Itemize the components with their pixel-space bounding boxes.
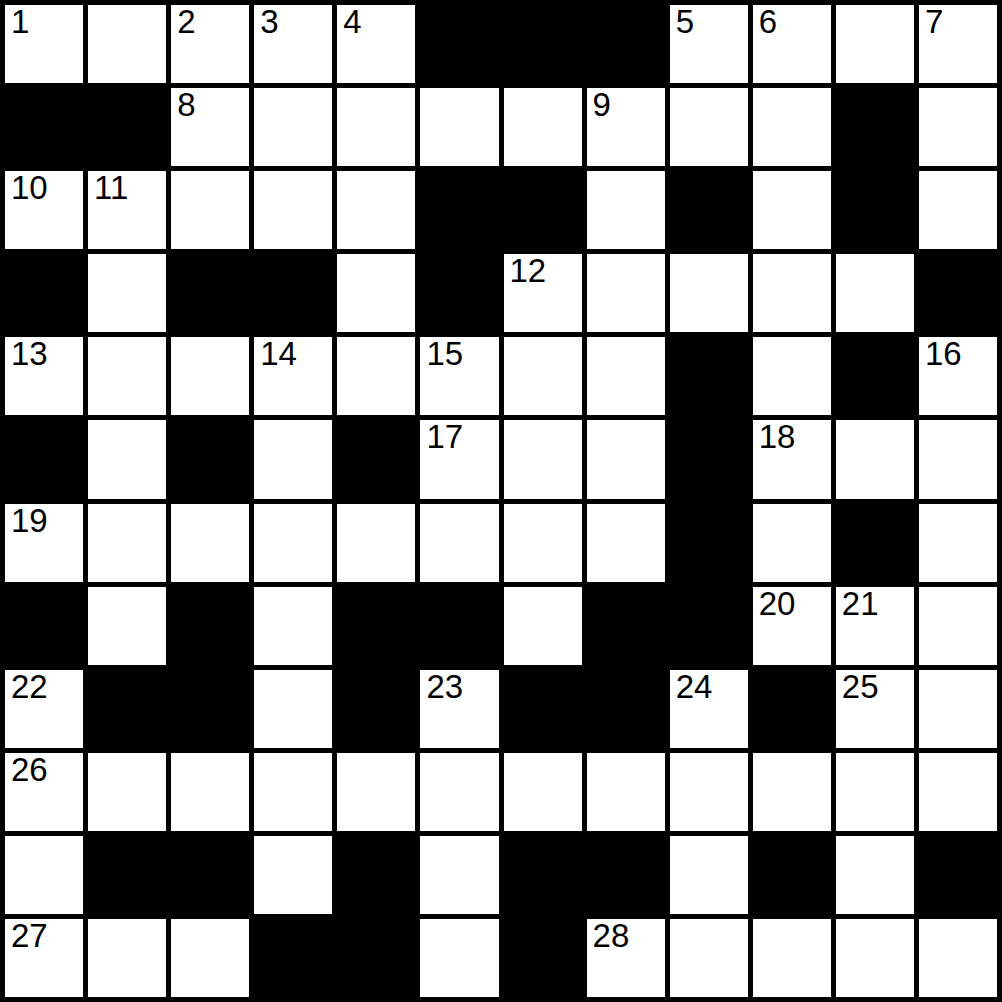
- cell-r6-c7[interactable]: [587, 504, 665, 582]
- cell-r6-c6[interactable]: [504, 504, 582, 582]
- clue-number-27: 27: [11, 919, 48, 954]
- black-cell-r4-c10: [836, 337, 914, 415]
- cell-r10-c3[interactable]: [254, 836, 332, 914]
- cell-r1-c5[interactable]: [420, 88, 498, 166]
- clue-number-9: 9: [593, 88, 611, 123]
- cell-r3-c9[interactable]: [753, 254, 831, 332]
- cell-r9-c5[interactable]: [420, 753, 498, 831]
- cell-r2-c1[interactable]: 11: [88, 171, 166, 249]
- cell-r6-c4[interactable]: [337, 504, 415, 582]
- cell-r6-c11[interactable]: [919, 504, 997, 582]
- cell-r9-c8[interactable]: [670, 753, 748, 831]
- cell-r8-c8[interactable]: 24: [670, 670, 748, 748]
- cell-r0-c2[interactable]: 2: [171, 5, 249, 83]
- cell-r11-c0[interactable]: 27: [5, 919, 83, 997]
- cell-r5-c11[interactable]: [919, 420, 997, 498]
- cell-r5-c5[interactable]: 17: [420, 420, 498, 498]
- clue-number-23: 23: [426, 670, 463, 705]
- cell-r9-c11[interactable]: [919, 753, 997, 831]
- clue-number-5: 5: [676, 5, 694, 40]
- cell-r9-c9[interactable]: [753, 753, 831, 831]
- black-cell-r8-c6: [504, 670, 582, 748]
- cell-r9-c0[interactable]: 26: [5, 753, 83, 831]
- clue-number-11: 11: [94, 171, 128, 206]
- cell-r1-c7[interactable]: 9: [587, 88, 665, 166]
- cell-r11-c10[interactable]: [836, 919, 914, 997]
- cell-r7-c1[interactable]: [88, 587, 166, 665]
- black-cell-r10-c1: [88, 836, 166, 914]
- cell-r9-c6[interactable]: [504, 753, 582, 831]
- clue-number-2: 2: [177, 5, 195, 40]
- cell-r9-c3[interactable]: [254, 753, 332, 831]
- cell-r3-c7[interactable]: [587, 254, 665, 332]
- cell-r6-c9[interactable]: [753, 504, 831, 582]
- cell-r4-c1[interactable]: [88, 337, 166, 415]
- black-cell-r10-c4: [337, 836, 415, 914]
- black-cell-r10-c7: [587, 836, 665, 914]
- black-cell-r1-c1: [88, 88, 166, 166]
- black-cell-r5-c0: [5, 420, 83, 498]
- cell-r0-c4[interactable]: 4: [337, 5, 415, 83]
- black-cell-r8-c4: [337, 670, 415, 748]
- cell-r4-c9[interactable]: [753, 337, 831, 415]
- cell-r5-c1[interactable]: [88, 420, 166, 498]
- cell-r3-c10[interactable]: [836, 254, 914, 332]
- cell-r3-c4[interactable]: [337, 254, 415, 332]
- cell-r6-c3[interactable]: [254, 504, 332, 582]
- black-cell-r2-c6: [504, 171, 582, 249]
- black-cell-r2-c5: [420, 171, 498, 249]
- cell-r1-c9[interactable]: [753, 88, 831, 166]
- cell-r11-c11[interactable]: [919, 919, 997, 997]
- black-cell-r3-c11: [919, 254, 997, 332]
- cell-r0-c0[interactable]: 1: [5, 5, 83, 83]
- cell-r4-c7[interactable]: [587, 337, 665, 415]
- cell-r4-c4[interactable]: [337, 337, 415, 415]
- cell-r9-c7[interactable]: [587, 753, 665, 831]
- clue-number-19: 19: [11, 504, 48, 539]
- cell-r3-c1[interactable]: [88, 254, 166, 332]
- cell-r7-c6[interactable]: [504, 587, 582, 665]
- black-cell-r6-c8: [670, 504, 748, 582]
- cell-r10-c10[interactable]: [836, 836, 914, 914]
- clue-number-1: 1: [11, 5, 29, 40]
- black-cell-r2-c8: [670, 171, 748, 249]
- black-cell-r11-c4: [337, 919, 415, 997]
- cell-r5-c10[interactable]: [836, 420, 914, 498]
- cell-r4-c3[interactable]: 14: [254, 337, 332, 415]
- cell-r0-c3[interactable]: 3: [254, 5, 332, 83]
- cell-r1-c2[interactable]: 8: [171, 88, 249, 166]
- cell-r2-c9[interactable]: [753, 171, 831, 249]
- cell-r1-c3[interactable]: [254, 88, 332, 166]
- cell-r2-c3[interactable]: [254, 171, 332, 249]
- cell-r6-c1[interactable]: [88, 504, 166, 582]
- clue-number-21: 21: [842, 587, 879, 622]
- cell-r10-c8[interactable]: [670, 836, 748, 914]
- cell-r2-c7[interactable]: [587, 171, 665, 249]
- cell-r8-c5[interactable]: 23: [420, 670, 498, 748]
- cell-r2-c0[interactable]: 10: [5, 171, 83, 249]
- cell-r8-c0[interactable]: 22: [5, 670, 83, 748]
- cell-r4-c11[interactable]: 16: [919, 337, 997, 415]
- black-cell-r0-c6: [504, 5, 582, 83]
- cell-r4-c0[interactable]: 13: [5, 337, 83, 415]
- black-cell-r8-c9: [753, 670, 831, 748]
- cell-r0-c11[interactable]: 7: [919, 5, 997, 83]
- cell-r4-c6[interactable]: [504, 337, 582, 415]
- clue-number-26: 26: [11, 753, 48, 788]
- cell-r6-c0[interactable]: 19: [5, 504, 83, 582]
- black-cell-r7-c2: [171, 587, 249, 665]
- cell-r1-c8[interactable]: [670, 88, 748, 166]
- clue-number-15: 15: [426, 337, 463, 372]
- cell-r9-c2[interactable]: [171, 753, 249, 831]
- cell-r11-c9[interactable]: [753, 919, 831, 997]
- cell-r1-c6[interactable]: [504, 88, 582, 166]
- cell-r8-c3[interactable]: [254, 670, 332, 748]
- black-cell-r1-c10: [836, 88, 914, 166]
- black-cell-r7-c7: [587, 587, 665, 665]
- clue-number-14: 14: [260, 337, 297, 372]
- black-cell-r8-c7: [587, 670, 665, 748]
- clue-number-4: 4: [343, 5, 361, 40]
- clue-number-13: 13: [11, 337, 48, 372]
- cell-r7-c10[interactable]: 21: [836, 587, 914, 665]
- black-cell-r0-c5: [420, 5, 498, 83]
- black-cell-r2-c10: [836, 171, 914, 249]
- cell-r2-c11[interactable]: [919, 171, 997, 249]
- cell-r9-c4[interactable]: [337, 753, 415, 831]
- black-cell-r0-c7: [587, 5, 665, 83]
- cell-r0-c8[interactable]: 5: [670, 5, 748, 83]
- black-cell-r8-c1: [88, 670, 166, 748]
- crossword-grid: 1234567891011121314151617181920212223242…: [0, 0, 1002, 1002]
- clue-number-28: 28: [593, 919, 630, 954]
- black-cell-r11-c3: [254, 919, 332, 997]
- cell-r8-c11[interactable]: [919, 670, 997, 748]
- black-cell-r7-c4: [337, 587, 415, 665]
- cell-r9-c10[interactable]: [836, 753, 914, 831]
- clue-number-10: 10: [11, 171, 48, 206]
- clue-number-18: 18: [759, 420, 796, 455]
- black-cell-r10-c11: [919, 836, 997, 914]
- cell-r0-c10[interactable]: [836, 5, 914, 83]
- black-cell-r3-c0: [5, 254, 83, 332]
- cell-r10-c5[interactable]: [420, 836, 498, 914]
- cell-r7-c11[interactable]: [919, 587, 997, 665]
- cell-r11-c1[interactable]: [88, 919, 166, 997]
- cell-r1-c11[interactable]: [919, 88, 997, 166]
- cell-r7-c3[interactable]: [254, 587, 332, 665]
- black-cell-r7-c0: [5, 587, 83, 665]
- cell-r8-c10[interactable]: 25: [836, 670, 914, 748]
- black-cell-r4-c8: [670, 337, 748, 415]
- black-cell-r3-c2: [171, 254, 249, 332]
- black-cell-r1-c0: [5, 88, 83, 166]
- cell-r5-c7[interactable]: [587, 420, 665, 498]
- black-cell-r7-c8: [670, 587, 748, 665]
- black-cell-r5-c8: [670, 420, 748, 498]
- cell-r7-c9[interactable]: 20: [753, 587, 831, 665]
- cell-r4-c5[interactable]: 15: [420, 337, 498, 415]
- cell-r2-c4[interactable]: [337, 171, 415, 249]
- black-cell-r5-c4: [337, 420, 415, 498]
- cell-r11-c7[interactable]: 28: [587, 919, 665, 997]
- clue-number-20: 20: [759, 587, 796, 622]
- black-cell-r7-c5: [420, 587, 498, 665]
- cell-r3-c8[interactable]: [670, 254, 748, 332]
- cell-r5-c6[interactable]: [504, 420, 582, 498]
- clue-number-6: 6: [759, 5, 777, 40]
- black-cell-r10-c6: [504, 836, 582, 914]
- clue-number-17: 17: [426, 420, 463, 455]
- clue-number-22: 22: [11, 670, 48, 705]
- clue-number-16: 16: [925, 337, 962, 372]
- clue-number-12: 12: [510, 254, 547, 289]
- black-cell-r10-c2: [171, 836, 249, 914]
- cell-r5-c9[interactable]: 18: [753, 420, 831, 498]
- black-cell-r6-c10: [836, 504, 914, 582]
- cell-r11-c2[interactable]: [171, 919, 249, 997]
- cell-r10-c0[interactable]: [5, 836, 83, 914]
- black-cell-r3-c5: [420, 254, 498, 332]
- cell-r6-c2[interactable]: [171, 504, 249, 582]
- cell-r0-c9[interactable]: 6: [753, 5, 831, 83]
- clue-number-8: 8: [177, 88, 195, 123]
- cell-r6-c5[interactable]: [420, 504, 498, 582]
- cell-r9-c1[interactable]: [88, 753, 166, 831]
- black-cell-r8-c2: [171, 670, 249, 748]
- cell-r11-c5[interactable]: [420, 919, 498, 997]
- clue-number-3: 3: [260, 5, 278, 40]
- clue-number-7: 7: [925, 5, 943, 40]
- cell-r5-c3[interactable]: [254, 420, 332, 498]
- cell-r0-c1[interactable]: [88, 5, 166, 83]
- cell-r11-c8[interactable]: [670, 919, 748, 997]
- black-cell-r3-c3: [254, 254, 332, 332]
- black-cell-r5-c2: [171, 420, 249, 498]
- clue-number-24: 24: [676, 670, 713, 705]
- cell-r1-c4[interactable]: [337, 88, 415, 166]
- cell-r3-c6[interactable]: 12: [504, 254, 582, 332]
- black-cell-r11-c6: [504, 919, 582, 997]
- clue-number-25: 25: [842, 670, 879, 705]
- cell-r4-c2[interactable]: [171, 337, 249, 415]
- black-cell-r10-c9: [753, 836, 831, 914]
- cell-r2-c2[interactable]: [171, 171, 249, 249]
